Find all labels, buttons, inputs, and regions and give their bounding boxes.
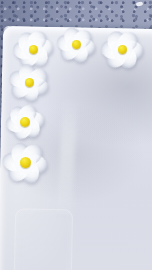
flower-center [72, 40, 81, 49]
glass-flower [4, 144, 47, 183]
flower-center [25, 78, 34, 87]
flower-center [29, 45, 38, 54]
flower-center [20, 157, 31, 168]
glass-flower [101, 31, 143, 69]
glass-flower [57, 28, 95, 62]
photo-scene [0, 0, 152, 270]
flower-center [118, 45, 127, 54]
flowers-layer [0, 0, 152, 270]
glass-flower [10, 65, 49, 100]
glass-flower [13, 31, 53, 67]
flower-center [20, 117, 30, 127]
glass-flower [6, 105, 44, 139]
